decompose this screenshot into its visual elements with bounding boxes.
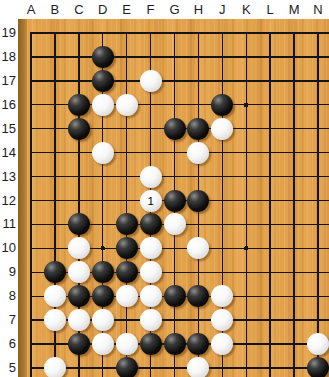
row-label: 9 <box>0 264 16 279</box>
white-stone-d14[interactable] <box>92 142 114 164</box>
white-stone-e6[interactable] <box>116 333 138 355</box>
column-label: A <box>22 2 40 17</box>
white-stone-c10[interactable] <box>68 237 90 259</box>
row-label: 18 <box>0 49 16 64</box>
white-stone-f7[interactable] <box>140 309 162 331</box>
white-stone-j15[interactable] <box>211 118 233 140</box>
row-label: 7 <box>0 312 16 327</box>
black-stone-h12[interactable] <box>187 190 209 212</box>
white-stone-b7[interactable] <box>44 309 66 331</box>
black-stone-e9[interactable] <box>116 261 138 283</box>
white-stone-h14[interactable] <box>187 142 209 164</box>
row-label: 5 <box>0 360 16 375</box>
row-label: 17 <box>0 73 16 88</box>
hoshi-point <box>244 102 249 107</box>
black-stone-c6[interactable] <box>68 333 90 355</box>
column-label: J <box>213 2 231 17</box>
white-stone-f12[interactable]: 1 <box>140 190 162 212</box>
column-label: G <box>166 2 184 17</box>
column-label: K <box>237 2 255 17</box>
black-stone-g12[interactable] <box>164 190 186 212</box>
column-label: F <box>142 2 160 17</box>
black-stone-c8[interactable] <box>68 285 90 307</box>
row-label: 13 <box>0 169 16 184</box>
row-label: 12 <box>0 193 16 208</box>
move-number-label: 1 <box>140 190 162 212</box>
row-label: 8 <box>0 288 16 303</box>
row-label: 11 <box>0 216 16 231</box>
go-diagram: ABCDEFGHJKLMN 1918171615141312111098765 … <box>0 0 329 377</box>
white-stone-f8[interactable] <box>140 285 162 307</box>
column-label: E <box>118 2 136 17</box>
white-stone-f10[interactable] <box>140 237 162 259</box>
row-label: 19 <box>0 25 16 40</box>
black-stone-g15[interactable] <box>164 118 186 140</box>
white-stone-h5[interactable] <box>187 357 209 377</box>
black-stone-g6[interactable] <box>164 333 186 355</box>
black-stone-d18[interactable] <box>92 46 114 68</box>
white-stone-b5[interactable] <box>44 357 66 377</box>
white-stone-e8[interactable] <box>116 285 138 307</box>
black-stone-d8[interactable] <box>92 285 114 307</box>
row-label: 6 <box>0 336 16 351</box>
black-stone-c16[interactable] <box>68 94 90 116</box>
black-stone-e10[interactable] <box>116 237 138 259</box>
black-stone-c15[interactable] <box>68 118 90 140</box>
white-stone-f17[interactable] <box>140 70 162 92</box>
white-stone-c9[interactable] <box>68 261 90 283</box>
white-stone-g11[interactable] <box>164 213 186 235</box>
column-label: H <box>189 2 207 17</box>
column-label: N <box>309 2 327 17</box>
black-stone-f11[interactable] <box>140 213 162 235</box>
column-label: D <box>94 2 112 17</box>
hoshi-point <box>100 246 105 251</box>
black-stone-e5[interactable] <box>116 357 138 377</box>
column-label: C <box>70 2 88 17</box>
row-label: 16 <box>0 97 16 112</box>
column-label: M <box>285 2 303 17</box>
white-stone-e16[interactable] <box>116 94 138 116</box>
row-label: 14 <box>0 145 16 160</box>
black-stone-f6[interactable] <box>140 333 162 355</box>
hoshi-point <box>244 246 249 251</box>
white-stone-b8[interactable] <box>44 285 66 307</box>
white-stone-f13[interactable] <box>140 166 162 188</box>
white-stone-n6[interactable] <box>307 333 329 355</box>
column-label: B <box>46 2 64 17</box>
row-label: 15 <box>0 121 16 136</box>
black-stone-j16[interactable] <box>211 94 233 116</box>
column-label: L <box>261 2 279 17</box>
white-stone-d16[interactable] <box>92 94 114 116</box>
black-stone-n5[interactable] <box>307 357 329 377</box>
white-stone-d6[interactable] <box>92 333 114 355</box>
black-stone-g8[interactable] <box>164 285 186 307</box>
white-stone-c7[interactable] <box>68 309 90 331</box>
white-stone-f9[interactable] <box>140 261 162 283</box>
black-stone-d9[interactable] <box>92 261 114 283</box>
black-stone-e11[interactable] <box>116 213 138 235</box>
black-stone-d17[interactable] <box>92 70 114 92</box>
black-stone-h15[interactable] <box>187 118 209 140</box>
white-stone-d7[interactable] <box>92 309 114 331</box>
row-label: 10 <box>0 240 16 255</box>
